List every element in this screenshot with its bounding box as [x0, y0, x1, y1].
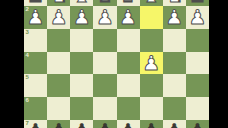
black-pawn: ♟: [163, 120, 186, 128]
square-f7[interactable]: ♟: [70, 120, 93, 128]
square-b3[interactable]: [163, 29, 186, 52]
square-d7[interactable]: ♟: [117, 120, 140, 128]
white-pawn: ♟: [47, 6, 70, 29]
rank-label-5: 5: [26, 74, 29, 81]
rank-label-4: 4: [26, 52, 29, 59]
square-h4[interactable]: 4: [24, 52, 47, 75]
square-c5[interactable]: [140, 74, 163, 97]
square-a3[interactable]: [186, 29, 209, 52]
square-e2[interactable]: ♟: [93, 6, 116, 29]
square-f6[interactable]: [70, 97, 93, 120]
square-b4[interactable]: [163, 52, 186, 75]
square-h5[interactable]: 5: [24, 74, 47, 97]
square-c4[interactable]: ♟: [140, 52, 163, 75]
square-g6[interactable]: [47, 97, 70, 120]
square-b2[interactable]: ♟: [163, 6, 186, 29]
square-d4[interactable]: [117, 52, 140, 75]
square-a6[interactable]: [186, 97, 209, 120]
square-h3[interactable]: 3: [24, 29, 47, 52]
square-d5[interactable]: [117, 74, 140, 97]
chess-board: ♜♞♝♚♛♝♞♜2♟♟♟♟♟♟♟34♟567♟♟♟♟♟♟♟♟♜♞♝♚♛♝♞♜: [24, 0, 209, 128]
board-viewport: ♜♞♝♚♛♝♞♜2♟♟♟♟♟♟♟34♟567♟♟♟♟♟♟♟♟♜♞♝♚♛♝♞♜: [0, 0, 228, 128]
black-pawn: ♟: [24, 120, 47, 128]
square-h7[interactable]: 7♟: [24, 120, 47, 128]
square-a4[interactable]: [186, 52, 209, 75]
white-pawn: ♟: [140, 52, 163, 75]
white-pawn: ♟: [70, 6, 93, 29]
square-b6[interactable]: [163, 97, 186, 120]
white-pawn: ♟: [186, 6, 209, 29]
rank-label-2: 2: [26, 6, 29, 13]
square-c2[interactable]: [140, 6, 163, 29]
square-d6[interactable]: [117, 97, 140, 120]
white-pawn: ♟: [117, 6, 140, 29]
square-b5[interactable]: [163, 74, 186, 97]
rank-label-7: 7: [26, 120, 29, 127]
rank-label-6: 6: [26, 97, 29, 104]
square-g2[interactable]: ♟: [47, 6, 70, 29]
square-f2[interactable]: ♟: [70, 6, 93, 29]
square-c6[interactable]: [140, 97, 163, 120]
black-pawn: ♟: [117, 120, 140, 128]
white-pawn: ♟: [163, 6, 186, 29]
black-pawn: ♟: [47, 120, 70, 128]
square-f5[interactable]: [70, 74, 93, 97]
square-e6[interactable]: [93, 97, 116, 120]
square-e3[interactable]: [93, 29, 116, 52]
square-g3[interactable]: [47, 29, 70, 52]
square-e5[interactable]: [93, 74, 116, 97]
square-f4[interactable]: [70, 52, 93, 75]
black-pawn: ♟: [93, 120, 116, 128]
square-b7[interactable]: ♟: [163, 120, 186, 128]
square-g7[interactable]: ♟: [47, 120, 70, 128]
white-pawn: ♟: [93, 6, 116, 29]
square-f3[interactable]: [70, 29, 93, 52]
square-e4[interactable]: [93, 52, 116, 75]
square-a5[interactable]: [186, 74, 209, 97]
square-h2[interactable]: 2♟: [24, 6, 47, 29]
white-pawn: ♟: [24, 6, 47, 29]
square-c3[interactable]: [140, 29, 163, 52]
square-h6[interactable]: 6: [24, 97, 47, 120]
black-pawn: ♟: [186, 120, 209, 128]
square-d3[interactable]: [117, 29, 140, 52]
square-d2[interactable]: ♟: [117, 6, 140, 29]
square-a7[interactable]: ♟: [186, 120, 209, 128]
rank-label-3: 3: [26, 29, 29, 36]
square-a2[interactable]: ♟: [186, 6, 209, 29]
square-c7[interactable]: ♟: [140, 120, 163, 128]
black-pawn: ♟: [140, 120, 163, 128]
black-pawn: ♟: [70, 120, 93, 128]
square-g4[interactable]: [47, 52, 70, 75]
square-e7[interactable]: ♟: [93, 120, 116, 128]
square-g5[interactable]: [47, 74, 70, 97]
